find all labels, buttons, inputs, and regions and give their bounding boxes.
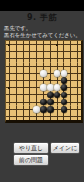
board-point[interactable] xyxy=(40,77,47,84)
board-point[interactable] xyxy=(40,84,47,91)
board-point[interactable] xyxy=(26,41,33,48)
board-point[interactable] xyxy=(61,113,68,120)
board-point[interactable] xyxy=(47,98,54,105)
board-point[interactable] xyxy=(61,41,68,48)
board-point[interactable] xyxy=(26,113,33,120)
black-stone xyxy=(47,92,54,99)
board-point[interactable] xyxy=(33,98,40,105)
board-point[interactable] xyxy=(54,55,61,62)
board-point[interactable] xyxy=(26,48,33,55)
white-stone xyxy=(61,70,68,77)
main-menu-button[interactable]: メインに xyxy=(50,142,80,154)
board-point[interactable] xyxy=(26,106,33,113)
board-point[interactable] xyxy=(47,48,54,55)
board-point[interactable] xyxy=(61,55,68,62)
board-point[interactable] xyxy=(54,113,61,120)
board-point[interactable] xyxy=(20,106,27,113)
white-stone xyxy=(40,70,47,77)
board-point[interactable] xyxy=(67,48,74,55)
board-point[interactable] xyxy=(13,41,20,48)
board-point[interactable] xyxy=(74,41,81,48)
board-point[interactable] xyxy=(40,55,47,62)
board-point[interactable] xyxy=(40,106,47,113)
board-point[interactable] xyxy=(47,106,54,113)
board-point[interactable] xyxy=(33,55,40,62)
star-point xyxy=(8,87,10,89)
board-point[interactable] xyxy=(13,84,20,91)
board-point[interactable] xyxy=(47,70,54,77)
board-point[interactable] xyxy=(33,106,40,113)
retry-button[interactable]: やり直し xyxy=(13,142,49,154)
board-point[interactable] xyxy=(61,48,68,55)
board-point[interactable] xyxy=(47,84,54,91)
board-point[interactable] xyxy=(61,106,68,113)
board-point[interactable] xyxy=(47,41,54,48)
board-point[interactable] xyxy=(13,106,20,113)
board-point[interactable] xyxy=(47,113,54,120)
app-screen: 9. 手筋 黒先です。 黒石を生かせてみてください。 やり直し メインに 前の問… xyxy=(0,0,84,182)
board-point[interactable] xyxy=(6,70,13,77)
board-point[interactable] xyxy=(74,113,81,120)
board-point[interactable] xyxy=(13,48,20,55)
board-point[interactable] xyxy=(33,91,40,98)
board-point[interactable] xyxy=(20,48,27,55)
board-point[interactable] xyxy=(54,84,61,91)
board-point[interactable] xyxy=(26,55,33,62)
board-point[interactable] xyxy=(54,98,61,105)
board-point[interactable] xyxy=(74,77,81,84)
star-point xyxy=(8,44,10,46)
board-point[interactable] xyxy=(74,48,81,55)
board-point[interactable] xyxy=(6,98,13,105)
board-point[interactable] xyxy=(40,41,47,48)
black-stone xyxy=(54,92,61,99)
board-point[interactable] xyxy=(33,77,40,84)
board-point[interactable] xyxy=(13,77,20,84)
board-point[interactable] xyxy=(20,84,27,91)
board-point[interactable] xyxy=(67,41,74,48)
board-point[interactable] xyxy=(33,48,40,55)
board-point[interactable] xyxy=(20,63,27,70)
board-point[interactable] xyxy=(20,77,27,84)
board-point[interactable] xyxy=(74,70,81,77)
black-stone xyxy=(47,106,54,113)
board-point[interactable] xyxy=(54,63,61,70)
board-point[interactable] xyxy=(33,84,40,91)
board-point[interactable] xyxy=(54,106,61,113)
board-point[interactable] xyxy=(33,63,40,70)
board-point[interactable] xyxy=(26,98,33,105)
board-point[interactable] xyxy=(26,91,33,98)
black-stone xyxy=(61,106,68,113)
board-point[interactable] xyxy=(61,84,68,91)
black-stone xyxy=(61,92,68,99)
board-point[interactable] xyxy=(54,41,61,48)
board-point[interactable] xyxy=(26,84,33,91)
board-point[interactable] xyxy=(67,63,74,70)
board-point[interactable] xyxy=(20,113,27,120)
board-point[interactable] xyxy=(54,70,61,77)
white-stone xyxy=(40,84,47,91)
board-point[interactable] xyxy=(74,106,81,113)
board-point[interactable] xyxy=(20,70,27,77)
board-point[interactable] xyxy=(13,63,20,70)
board-point[interactable] xyxy=(6,84,13,91)
board-point[interactable] xyxy=(33,70,40,77)
black-stone xyxy=(47,99,54,106)
go-board[interactable] xyxy=(5,40,83,123)
board-point[interactable] xyxy=(67,113,74,120)
problem-title: 9. 手筋 xyxy=(0,12,84,23)
board-point[interactable] xyxy=(74,63,81,70)
board-point[interactable] xyxy=(74,55,81,62)
board-point[interactable] xyxy=(67,70,74,77)
board-point[interactable] xyxy=(6,91,13,98)
board-point[interactable] xyxy=(13,70,20,77)
board-point[interactable] xyxy=(54,77,61,84)
board-point[interactable] xyxy=(26,70,33,77)
board-point[interactable] xyxy=(13,91,20,98)
board-point[interactable] xyxy=(20,55,27,62)
board-point[interactable] xyxy=(6,48,13,55)
board-point[interactable] xyxy=(40,70,47,77)
previous-problem-button[interactable]: 前の問題 xyxy=(13,154,49,166)
board-point[interactable] xyxy=(47,55,54,62)
status-bar xyxy=(0,0,84,11)
board-point[interactable] xyxy=(47,63,54,70)
board-point[interactable] xyxy=(6,77,13,84)
board-point[interactable] xyxy=(20,98,27,105)
board-point[interactable] xyxy=(61,91,68,98)
board-point[interactable] xyxy=(6,41,13,48)
board-point[interactable] xyxy=(20,91,27,98)
board-point[interactable] xyxy=(67,77,74,84)
white-stone xyxy=(54,84,61,91)
board-point[interactable] xyxy=(40,113,47,120)
board-point[interactable] xyxy=(6,63,13,70)
star-point xyxy=(49,79,51,81)
board-point[interactable] xyxy=(6,106,13,113)
black-stone xyxy=(61,99,68,106)
instructions: 黒先です。 黒石を生かせてみてください。 xyxy=(4,25,82,38)
board-point[interactable] xyxy=(40,98,47,105)
white-stone xyxy=(33,106,40,113)
black-stone xyxy=(40,99,47,106)
board-point[interactable] xyxy=(67,55,74,62)
black-stone xyxy=(61,77,68,84)
board-point[interactable] xyxy=(33,113,40,120)
board-point[interactable] xyxy=(40,91,47,98)
board-point[interactable] xyxy=(13,98,20,105)
instruction-line-1: 黒先です。 xyxy=(4,25,82,32)
board-point[interactable] xyxy=(13,113,20,120)
board-point[interactable] xyxy=(26,77,33,84)
board-point[interactable] xyxy=(61,70,68,77)
board-point[interactable] xyxy=(61,63,68,70)
white-stone xyxy=(47,84,54,91)
board-point[interactable] xyxy=(74,91,81,98)
board-point[interactable] xyxy=(67,91,74,98)
board-point[interactable] xyxy=(40,63,47,70)
board-point[interactable] xyxy=(26,63,33,70)
board-point[interactable] xyxy=(61,98,68,105)
black-stone xyxy=(40,106,47,113)
black-stone xyxy=(61,84,68,91)
board-point[interactable] xyxy=(33,41,40,48)
board-point[interactable] xyxy=(67,98,74,105)
star-point xyxy=(56,44,58,46)
board-point[interactable] xyxy=(20,41,27,48)
instruction-line-2: 黒石を生かせてみてください。 xyxy=(4,32,82,39)
board-point[interactable] xyxy=(40,48,47,55)
board-point[interactable] xyxy=(74,98,81,105)
board-point[interactable] xyxy=(13,55,20,62)
board-point[interactable] xyxy=(47,91,54,98)
board-point[interactable] xyxy=(6,113,13,120)
board-point[interactable] xyxy=(47,77,54,84)
board-point[interactable] xyxy=(6,55,13,62)
board-point[interactable] xyxy=(54,91,61,98)
board-point[interactable] xyxy=(61,77,68,84)
board-point[interactable] xyxy=(67,106,74,113)
board-point[interactable] xyxy=(54,48,61,55)
board-point[interactable] xyxy=(74,84,81,91)
board-point[interactable] xyxy=(67,84,74,91)
white-stone xyxy=(54,70,61,77)
